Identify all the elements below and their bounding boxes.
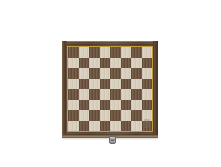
square-r1c4	[100, 47, 111, 58]
square-r3c5	[110, 68, 121, 79]
square-r2c7	[131, 58, 142, 69]
square-r6c6	[121, 100, 132, 111]
square-r5c1	[68, 89, 79, 100]
square-r6c5	[110, 100, 121, 111]
clasp-hinge-pin	[111, 140, 114, 141]
square-r1c1	[68, 47, 79, 58]
square-r6c7	[131, 100, 142, 111]
brand-stamp	[144, 119, 150, 128]
square-r4c4	[100, 79, 111, 90]
square-r4c7	[131, 79, 142, 90]
square-r1c5	[110, 47, 121, 58]
square-r1c8	[142, 47, 153, 58]
square-r1c3	[89, 47, 100, 58]
square-r2c3	[89, 58, 100, 69]
square-r6c1	[68, 100, 79, 111]
square-r3c1	[68, 68, 79, 79]
square-r2c8	[142, 58, 153, 69]
square-r1c2	[79, 47, 90, 58]
square-r7c4	[100, 110, 111, 121]
square-r2c4	[100, 58, 111, 69]
square-r7c5	[110, 110, 121, 121]
square-r3c6	[121, 68, 132, 79]
square-r6c2	[79, 100, 90, 111]
square-r3c3	[89, 68, 100, 79]
square-r7c7	[131, 110, 142, 121]
playfield	[67, 46, 153, 132]
square-r4c6	[121, 79, 132, 90]
square-r8c7	[131, 121, 142, 132]
square-r4c3	[89, 79, 100, 90]
square-r5c8	[142, 89, 153, 100]
square-r6c8	[142, 100, 153, 111]
square-r2c1	[68, 58, 79, 69]
square-r8c6	[121, 121, 132, 132]
square-r2c6	[121, 58, 132, 69]
square-r3c4	[100, 68, 111, 79]
square-r4c5	[110, 79, 121, 90]
square-r2c5	[110, 58, 121, 69]
board-frame-right	[153, 41, 158, 135]
square-r4c8	[142, 79, 153, 90]
square-r8c1	[68, 121, 79, 132]
square-r7c3	[89, 110, 100, 121]
square-r5c2	[79, 89, 90, 100]
square-r7c1	[68, 110, 79, 121]
square-r8c5	[110, 121, 121, 132]
square-r5c5	[110, 89, 121, 100]
square-r2c2	[79, 58, 90, 69]
square-r4c1	[68, 79, 79, 90]
square-r1c6	[121, 47, 132, 58]
square-r6c4	[100, 100, 111, 111]
square-r8c2	[79, 121, 90, 132]
product-photo	[0, 0, 221, 167]
square-r5c3	[89, 89, 100, 100]
square-r7c6	[121, 110, 132, 121]
square-r3c8	[142, 68, 153, 79]
metal-clasp-icon	[109, 136, 116, 144]
square-r3c2	[79, 68, 90, 79]
square-r3c7	[131, 68, 142, 79]
square-r4c2	[79, 79, 90, 90]
square-r6c3	[89, 100, 100, 111]
square-r8c4	[100, 121, 111, 132]
square-r1c7	[131, 47, 142, 58]
square-r7c2	[79, 110, 90, 121]
square-r5c6	[121, 89, 132, 100]
square-r5c4	[100, 89, 111, 100]
square-r8c3	[89, 121, 100, 132]
square-r5c7	[131, 89, 142, 100]
